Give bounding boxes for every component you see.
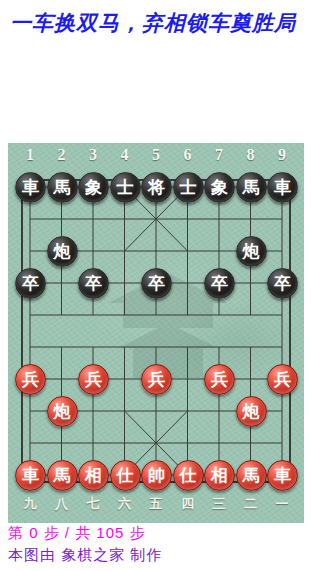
- piece-black-soldier[interactable]: 卒: [204, 268, 235, 299]
- piece-red-chariot[interactable]: 車: [15, 460, 46, 491]
- piece-red-soldier[interactable]: 兵: [78, 364, 109, 395]
- piece-black-elephant[interactable]: 象: [78, 172, 109, 203]
- piece-black-horse[interactable]: 馬: [47, 172, 78, 203]
- file-label-top: 7: [215, 146, 223, 164]
- piece-black-chariot[interactable]: 車: [267, 172, 298, 203]
- piece-red-elephant[interactable]: 相: [78, 460, 109, 491]
- piece-red-cannon[interactable]: 炮: [236, 396, 267, 427]
- piece-black-cannon[interactable]: 炮: [236, 236, 267, 267]
- piece-red-chariot[interactable]: 車: [267, 460, 298, 491]
- credit-line: 本图由 象棋之家 制作: [8, 546, 162, 565]
- piece-black-general[interactable]: 将: [141, 172, 172, 203]
- page-title: 一车换双马，弃相锁车奠胜局: [10, 9, 306, 37]
- piece-red-soldier[interactable]: 兵: [204, 364, 235, 395]
- file-label-top: 5: [152, 146, 160, 164]
- piece-red-advisor[interactable]: 仕: [173, 460, 204, 491]
- xiangqi-board: 123456789九八七六五四三二一車馬象士将士象馬車炮炮卒卒卒卒卒兵兵兵兵兵炮…: [8, 143, 304, 523]
- piece-red-horse[interactable]: 馬: [47, 460, 78, 491]
- file-label-bottom: 八: [55, 495, 68, 513]
- piece-red-horse[interactable]: 馬: [236, 460, 267, 491]
- file-label-top: 4: [121, 146, 129, 164]
- file-label-top: 3: [89, 146, 97, 164]
- piece-black-cannon[interactable]: 炮: [47, 236, 78, 267]
- file-label-bottom: 二: [244, 495, 257, 513]
- piece-black-horse[interactable]: 馬: [236, 172, 267, 203]
- piece-red-soldier[interactable]: 兵: [141, 364, 172, 395]
- piece-red-elephant[interactable]: 相: [204, 460, 235, 491]
- file-label-top: 9: [278, 146, 286, 164]
- piece-black-advisor[interactable]: 士: [173, 172, 204, 203]
- file-label-top: 2: [58, 146, 66, 164]
- file-label-bottom: 七: [87, 495, 100, 513]
- file-label-bottom: 九: [24, 495, 37, 513]
- piece-black-advisor[interactable]: 士: [110, 172, 141, 203]
- piece-red-advisor[interactable]: 仕: [110, 460, 141, 491]
- piece-red-general[interactable]: 帥: [141, 460, 172, 491]
- file-label-bottom: 五: [150, 495, 163, 513]
- piece-red-soldier[interactable]: 兵: [267, 364, 298, 395]
- file-label-top: 6: [184, 146, 192, 164]
- piece-black-soldier[interactable]: 卒: [15, 268, 46, 299]
- file-label-bottom: 六: [118, 495, 131, 513]
- piece-black-soldier[interactable]: 卒: [267, 268, 298, 299]
- move-counter: 第 0 步 / 共 105 步: [8, 524, 146, 543]
- piece-red-cannon[interactable]: 炮: [47, 396, 78, 427]
- file-label-top: 8: [247, 146, 255, 164]
- file-label-bottom: 一: [276, 495, 289, 513]
- piece-red-soldier[interactable]: 兵: [15, 364, 46, 395]
- file-label-top: 1: [26, 146, 34, 164]
- piece-black-soldier[interactable]: 卒: [78, 268, 109, 299]
- file-label-bottom: 四: [181, 495, 194, 513]
- piece-black-elephant[interactable]: 象: [204, 172, 235, 203]
- piece-black-chariot[interactable]: 車: [15, 172, 46, 203]
- piece-black-soldier[interactable]: 卒: [141, 268, 172, 299]
- file-label-bottom: 三: [213, 495, 226, 513]
